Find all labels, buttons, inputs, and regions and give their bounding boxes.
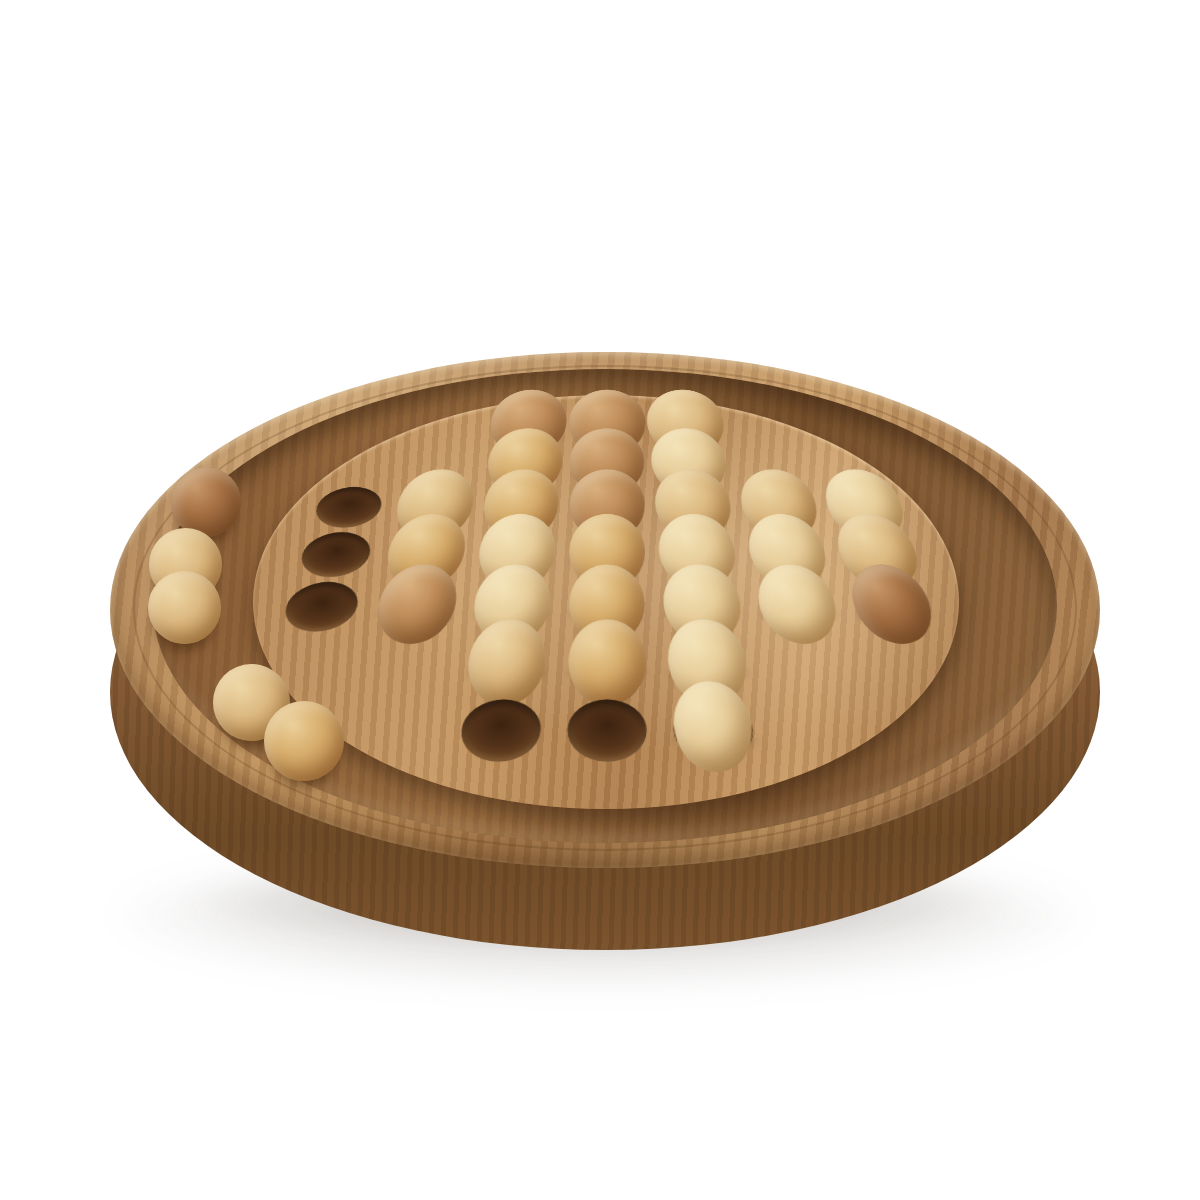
hole-a3[interactable] xyxy=(311,487,386,528)
cell-g1 xyxy=(799,406,888,444)
cell-d6[interactable] xyxy=(555,635,658,696)
cell-g5[interactable] xyxy=(839,579,949,634)
scene xyxy=(0,0,1200,1200)
cell-g6 xyxy=(851,635,968,696)
cell-c7[interactable] xyxy=(443,696,556,765)
cell-a3[interactable] xyxy=(299,485,397,530)
hole-d7[interactable] xyxy=(567,699,648,761)
cell-a6 xyxy=(246,635,363,696)
cell-e7[interactable] xyxy=(659,696,772,765)
cell-a1 xyxy=(326,406,415,444)
cell-b6 xyxy=(349,635,461,696)
cell-g7 xyxy=(865,696,990,765)
cross-grid xyxy=(224,406,991,765)
cell-b7 xyxy=(333,696,452,765)
cell-f1 xyxy=(722,406,807,444)
cell-b5[interactable] xyxy=(363,579,468,634)
hole-c7[interactable] xyxy=(457,699,541,761)
cell-a7 xyxy=(224,696,349,765)
cell-f6 xyxy=(753,635,865,696)
cell-a2 xyxy=(313,444,406,485)
hole-a4[interactable] xyxy=(296,532,375,577)
hole-a5[interactable] xyxy=(279,582,363,632)
cell-a5[interactable] xyxy=(265,579,375,634)
cell-c6[interactable] xyxy=(452,635,558,696)
cell-f5[interactable] xyxy=(746,579,851,634)
cell-f7 xyxy=(762,696,881,765)
cell-a4[interactable] xyxy=(283,530,387,580)
marble-d6[interactable] xyxy=(567,619,647,704)
cell-d7[interactable] xyxy=(552,696,662,765)
cell-b1 xyxy=(406,406,491,444)
